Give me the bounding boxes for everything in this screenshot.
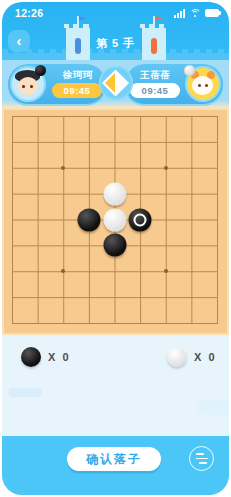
menu-button[interactable] (189, 446, 214, 471)
go-board[interactable] (2, 108, 229, 335)
capture-row: X 0 X 0 (2, 335, 229, 379)
board-grid[interactable] (12, 116, 218, 324)
player-left-name: 徐珂珂 (52, 69, 104, 82)
player-right-name: 王蓓蓓 (129, 69, 181, 82)
cloud-decor (8, 388, 42, 397)
avatar-right (185, 66, 221, 102)
turn-indicator (99, 66, 133, 100)
phone-device: 12:26 ‹ 第 5 手 (0, 0, 231, 497)
star-point (61, 166, 65, 170)
wifi-icon (189, 9, 201, 18)
black-stone-marked (129, 208, 152, 231)
bottom-bar: 确认落子 (2, 436, 229, 495)
white-stone-icon (167, 347, 187, 367)
player-right-timer: 09:45 (130, 83, 180, 98)
white-captures: X 0 (167, 335, 217, 379)
move-number-title: 第 5 手 (2, 36, 229, 51)
black-capture-count: X 0 (48, 351, 71, 363)
black-stone (103, 234, 126, 257)
black-captures: X 0 (21, 335, 71, 379)
signal-icon (174, 9, 185, 18)
header: 12:26 ‹ 第 5 手 (2, 2, 229, 60)
app-screen: 12:26 ‹ 第 5 手 (2, 2, 229, 495)
black-stone-badge-icon (35, 65, 46, 76)
player-card-left: 徐珂珂 09:45 (8, 64, 106, 104)
white-stone (103, 208, 126, 231)
confirm-move-button[interactable]: 确认落子 (67, 447, 161, 471)
status-icons (174, 8, 221, 18)
avatar-left (10, 66, 46, 102)
star-point (61, 269, 65, 273)
player-card-right: 王蓓蓓 09:45 (125, 64, 223, 104)
status-time: 12:26 (15, 7, 43, 19)
cloud-decor (196, 400, 229, 415)
white-capture-count: X 0 (194, 351, 217, 363)
flag-pole (77, 16, 79, 25)
white-stone-badge-icon (184, 65, 195, 76)
white-stone (103, 182, 126, 205)
flag-pole (153, 16, 155, 25)
star-point (164, 166, 168, 170)
player-left-timer: 09:45 (52, 83, 102, 98)
black-stone-icon (21, 347, 41, 367)
castle-wall-decor (2, 53, 229, 60)
turn-diamond-icon (102, 70, 129, 97)
last-move-marker-icon (134, 213, 147, 226)
black-stone (77, 208, 100, 231)
status-bar: 12:26 (2, 2, 229, 22)
battery-icon (205, 9, 221, 17)
star-point (164, 269, 168, 273)
